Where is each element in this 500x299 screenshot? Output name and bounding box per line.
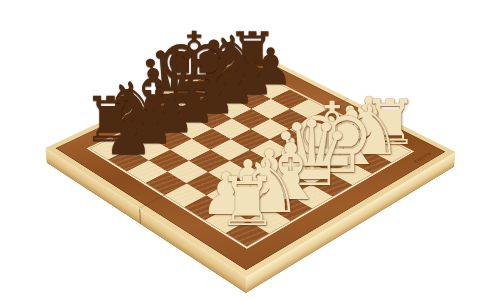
square-b2	[227, 196, 269, 221]
board-scene: cayro	[0, 0, 500, 299]
chess-set-product-photo: cayro ♜♞♝♛♚♝♞♜♟♟♟♟♟♟♟♟♟♟♟♟♟♟♟♟♜♞♝♛♚♝♞♜	[0, 0, 500, 299]
fold-seam-side	[139, 208, 141, 224]
chess-board: cayro	[45, 51, 455, 278]
square-c3	[228, 172, 269, 195]
square-b3	[207, 184, 249, 208]
square-b5	[168, 160, 209, 183]
square-f2	[310, 151, 350, 173]
square-c2	[249, 184, 291, 208]
